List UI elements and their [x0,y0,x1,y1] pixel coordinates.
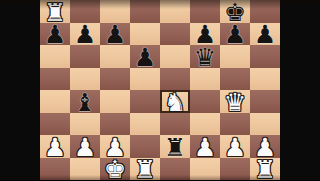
square-c4[interactable] [100,90,130,113]
square-f6[interactable]: ♛ [190,45,220,68]
square-e4[interactable]: ♞ [160,90,190,113]
black-queen-f6[interactable]: ♛ [194,47,216,69]
square-d1[interactable]: ♜ [130,158,160,181]
black-pawn-c7[interactable]: ♟ [104,24,126,46]
square-d8[interactable] [130,0,160,23]
square-c7[interactable]: ♟ [100,23,130,46]
square-g7[interactable]: ♟ [220,23,250,46]
square-f2[interactable]: ♟ [190,135,220,158]
video-frame: ♜♚♟♟♟♟♟♟♟♛♝♞♛♟♟♟♜♟♟♟♚♜♜ [0,0,320,180]
white-pawn-a2[interactable]: ♟ [44,137,66,159]
square-f4[interactable] [190,90,220,113]
black-pawn-d6[interactable]: ♟ [134,47,156,69]
letterbox-left [0,0,40,180]
black-pawn-h7[interactable]: ♟ [254,24,276,46]
square-a4[interactable] [40,90,70,113]
square-b2[interactable]: ♟ [70,135,100,158]
square-d4[interactable] [130,90,160,113]
black-pawn-b7[interactable]: ♟ [74,24,96,46]
black-pawn-a7[interactable]: ♟ [44,24,66,46]
square-c5[interactable] [100,68,130,91]
square-g2[interactable]: ♟ [220,135,250,158]
square-c1[interactable]: ♚ [100,158,130,181]
white-king-c1[interactable]: ♚ [104,159,126,180]
square-a2[interactable]: ♟ [40,135,70,158]
square-b4[interactable]: ♝ [70,90,100,113]
square-h5[interactable] [250,68,280,91]
white-rook-h1[interactable]: ♜ [254,159,276,180]
white-pawn-g2[interactable]: ♟ [224,137,246,159]
square-a5[interactable] [40,68,70,91]
square-e8[interactable] [160,0,190,23]
letterbox-right [280,0,320,180]
square-h1[interactable]: ♜ [250,158,280,181]
square-a7[interactable]: ♟ [40,23,70,46]
square-b7[interactable]: ♟ [70,23,100,46]
square-h7[interactable]: ♟ [250,23,280,46]
white-pawn-f2[interactable]: ♟ [194,137,216,159]
square-e6[interactable] [160,45,190,68]
square-d6[interactable]: ♟ [130,45,160,68]
black-rook-e2[interactable]: ♜ [164,137,186,159]
chess-board: ♜♚♟♟♟♟♟♟♟♛♝♞♛♟♟♟♜♟♟♟♚♜♜ [40,0,280,180]
square-g4[interactable]: ♛ [220,90,250,113]
black-pawn-g7[interactable]: ♟ [224,24,246,46]
white-queen-g4[interactable]: ♛ [224,92,246,114]
white-pawn-b2[interactable]: ♟ [74,137,96,159]
white-rook-d1[interactable]: ♜ [134,159,156,180]
square-h4[interactable] [250,90,280,113]
white-knight-e4[interactable]: ♞ [164,92,186,114]
square-e7[interactable] [160,23,190,46]
black-bishop-b4[interactable]: ♝ [74,92,96,114]
square-d3[interactable] [130,113,160,136]
square-e2[interactable]: ♜ [160,135,190,158]
